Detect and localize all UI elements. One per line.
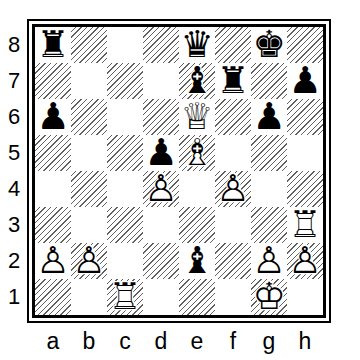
- rank-label-8: 8: [0, 27, 28, 63]
- piece-white-rook: ♜♖: [107, 279, 143, 315]
- square-a6[interactable]: ♟♟: [35, 99, 71, 135]
- rank-label-5: 5: [0, 135, 28, 171]
- square-c3[interactable]: [107, 207, 143, 243]
- square-h8[interactable]: [287, 27, 323, 63]
- square-h6[interactable]: [287, 99, 323, 135]
- square-c6[interactable]: [107, 99, 143, 135]
- square-f1[interactable]: [215, 279, 251, 315]
- square-e1[interactable]: [179, 279, 215, 315]
- rank-label-3: 3: [0, 207, 28, 243]
- square-d3[interactable]: [143, 207, 179, 243]
- square-b7[interactable]: [71, 63, 107, 99]
- piece-white-rook: ♜♖: [287, 207, 323, 243]
- square-g5[interactable]: [251, 135, 287, 171]
- square-d4[interactable]: ♟♙: [143, 171, 179, 207]
- piece-white-pawn: ♟♙: [143, 171, 179, 207]
- board-frame: ♜♜♛♛♚♚♝♝♜♜♟♟♟♟♛♕♟♟♟♟♝♗♟♙♟♙♜♖♟♙♟♙♝♝♟♙♟♙♜♖…: [27, 19, 331, 323]
- piece-black-pawn: ♟♟: [251, 99, 287, 135]
- chess-board: ♜♜♛♛♚♚♝♝♜♜♟♟♟♟♛♕♟♟♟♟♝♗♟♙♟♙♜♖♟♙♟♙♝♝♟♙♟♙♜♖…: [32, 24, 326, 318]
- square-g3[interactable]: [251, 207, 287, 243]
- piece-white-pawn: ♟♙: [71, 243, 107, 279]
- piece-white-pawn: ♟♙: [251, 243, 287, 279]
- square-f8[interactable]: [215, 27, 251, 63]
- square-h3[interactable]: ♜♖: [287, 207, 323, 243]
- square-c5[interactable]: [107, 135, 143, 171]
- square-f3[interactable]: [215, 207, 251, 243]
- square-g2[interactable]: ♟♙: [251, 243, 287, 279]
- square-f7[interactable]: ♜♜: [215, 63, 251, 99]
- rank-label-7: 7: [0, 63, 28, 99]
- piece-white-queen: ♛♕: [179, 99, 215, 135]
- square-e7[interactable]: ♝♝: [179, 63, 215, 99]
- square-a1[interactable]: [35, 279, 71, 315]
- file-label-d: d: [143, 326, 179, 356]
- square-d7[interactable]: [143, 63, 179, 99]
- square-g1[interactable]: ♚♔: [251, 279, 287, 315]
- file-label-f: f: [215, 326, 251, 356]
- square-e3[interactable]: [179, 207, 215, 243]
- square-a8[interactable]: ♜♜: [35, 27, 71, 63]
- square-d8[interactable]: [143, 27, 179, 63]
- piece-black-bishop: ♝♝: [179, 243, 215, 279]
- square-h5[interactable]: [287, 135, 323, 171]
- piece-white-bishop: ♝♗: [179, 135, 215, 171]
- square-b4[interactable]: [71, 171, 107, 207]
- square-h2[interactable]: ♟♙: [287, 243, 323, 279]
- square-b2[interactable]: ♟♙: [71, 243, 107, 279]
- square-h7[interactable]: ♟♟: [287, 63, 323, 99]
- rank-label-1: 1: [0, 279, 28, 315]
- square-g6[interactable]: ♟♟: [251, 99, 287, 135]
- square-g8[interactable]: ♚♚: [251, 27, 287, 63]
- chess-diagram: 87654321 ♜♜♛♛♚♚♝♝♜♜♟♟♟♟♛♕♟♟♟♟♝♗♟♙♟♙♜♖♟♙♟…: [0, 0, 360, 360]
- square-a5[interactable]: [35, 135, 71, 171]
- square-f5[interactable]: [215, 135, 251, 171]
- square-a2[interactable]: ♟♙: [35, 243, 71, 279]
- square-g4[interactable]: [251, 171, 287, 207]
- piece-black-king: ♚♚: [251, 27, 287, 63]
- piece-white-king: ♚♔: [251, 279, 287, 315]
- file-label-c: c: [107, 326, 143, 356]
- file-label-g: g: [251, 326, 287, 356]
- piece-black-bishop: ♝♝: [179, 63, 215, 99]
- square-f4[interactable]: ♟♙: [215, 171, 251, 207]
- square-b8[interactable]: [71, 27, 107, 63]
- square-a7[interactable]: [35, 63, 71, 99]
- piece-black-rook: ♜♜: [215, 63, 251, 99]
- piece-black-pawn: ♟♟: [35, 99, 71, 135]
- square-e2[interactable]: ♝♝: [179, 243, 215, 279]
- file-label-h: h: [287, 326, 323, 356]
- square-d5[interactable]: ♟♟: [143, 135, 179, 171]
- piece-black-rook: ♜♜: [35, 27, 71, 63]
- square-c2[interactable]: [107, 243, 143, 279]
- piece-white-pawn: ♟♙: [35, 243, 71, 279]
- file-label-e: e: [179, 326, 215, 356]
- piece-black-queen: ♛♛: [179, 27, 215, 63]
- square-f6[interactable]: [215, 99, 251, 135]
- piece-black-pawn: ♟♟: [143, 135, 179, 171]
- square-c7[interactable]: [107, 63, 143, 99]
- file-label-b: b: [71, 326, 107, 356]
- square-e4[interactable]: [179, 171, 215, 207]
- rank-label-2: 2: [0, 243, 28, 279]
- file-label-a: a: [35, 326, 71, 356]
- square-e5[interactable]: ♝♗: [179, 135, 215, 171]
- square-d6[interactable]: [143, 99, 179, 135]
- rank-label-6: 6: [0, 99, 28, 135]
- square-a3[interactable]: [35, 207, 71, 243]
- square-b6[interactable]: [71, 99, 107, 135]
- square-h4[interactable]: [287, 171, 323, 207]
- file-labels: abcdefgh: [35, 326, 323, 356]
- square-g7[interactable]: [251, 63, 287, 99]
- square-d2[interactable]: [143, 243, 179, 279]
- piece-black-pawn: ♟♟: [287, 63, 323, 99]
- square-c8[interactable]: [107, 27, 143, 63]
- square-e6[interactable]: ♛♕: [179, 99, 215, 135]
- square-d1[interactable]: [143, 279, 179, 315]
- square-e8[interactable]: ♛♛: [179, 27, 215, 63]
- square-b3[interactable]: [71, 207, 107, 243]
- square-b5[interactable]: [71, 135, 107, 171]
- piece-white-pawn: ♟♙: [215, 171, 251, 207]
- square-c4[interactable]: [107, 171, 143, 207]
- square-f2[interactable]: [215, 243, 251, 279]
- square-h1[interactable]: [287, 279, 323, 315]
- piece-white-pawn: ♟♙: [287, 243, 323, 279]
- square-a4[interactable]: [35, 171, 71, 207]
- rank-labels: 87654321: [0, 27, 28, 315]
- rank-label-4: 4: [0, 171, 28, 207]
- square-b1[interactable]: [71, 279, 107, 315]
- square-c1[interactable]: ♜♖: [107, 279, 143, 315]
